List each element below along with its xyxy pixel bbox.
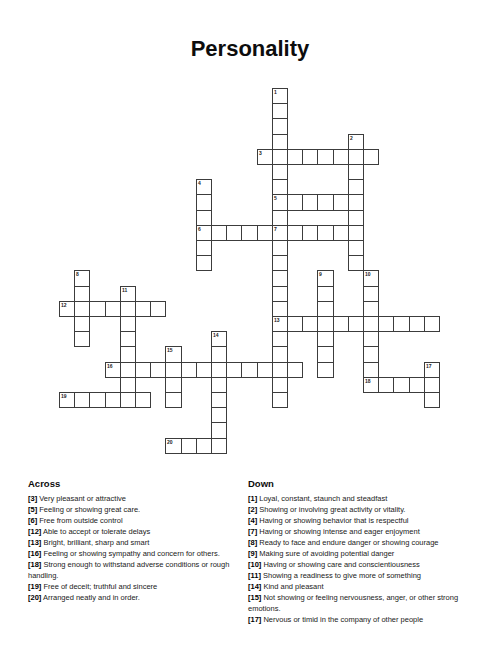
grid-cell-r14c0[interactable]: 12 (59, 301, 75, 317)
clue-number: [9] (248, 549, 257, 558)
grid-cell-r18c24[interactable]: 17 (424, 362, 440, 378)
grid-cell-r4c16[interactable] (302, 149, 318, 165)
grid-cell-r4c18[interactable] (333, 149, 349, 165)
down-clue-9: [9] Making sure of avoiding potential da… (248, 548, 461, 559)
cell-number-10: 10 (365, 271, 371, 277)
grid-cell-r18c10[interactable] (211, 362, 227, 378)
clue-number: [4] (248, 516, 257, 525)
grid-cell-r6c19[interactable] (348, 179, 364, 195)
down-clue-4: [4] Having or showing behavior that is r… (248, 515, 461, 526)
grid-cell-r17c17[interactable] (317, 346, 334, 363)
grid-cell-r18c6[interactable] (150, 362, 166, 378)
grid-cell-r14c14[interactable] (272, 301, 288, 317)
grid-cell-r13c4[interactable]: 11 (120, 286, 136, 302)
grid-cell-r7c9[interactable] (196, 194, 212, 211)
grid-cell-r3c19[interactable]: 2 (348, 134, 364, 150)
grid-cell-r15c23[interactable] (409, 316, 425, 332)
grid-cell-r14c2[interactable] (89, 301, 106, 317)
across-clue-6: [6] Free from outside control (28, 515, 235, 526)
across-clue-3: [3] Very pleasant or attractive (28, 493, 235, 504)
clue-number: [19] (28, 582, 41, 591)
grid-cell-r4c19[interactable] (348, 149, 364, 165)
grid-cell-r14c6[interactable] (150, 301, 166, 317)
grid-cell-r23c8[interactable] (181, 438, 197, 454)
clue-number: [1] (248, 494, 257, 503)
grid-cell-r5c19[interactable] (348, 164, 364, 180)
grid-cell-r9c12[interactable] (241, 225, 258, 241)
grid-cell-r9c16[interactable] (302, 225, 318, 241)
clue-number: [8] (248, 538, 257, 547)
cell-number-11: 11 (122, 287, 127, 293)
grid-cell-r9c11[interactable] (226, 225, 242, 241)
cell-number-20: 20 (167, 439, 173, 445)
clue-number: [2] (248, 505, 257, 514)
grid-cell-r23c10[interactable] (211, 438, 227, 454)
grid-cell-r9c14[interactable]: 7 (272, 225, 288, 241)
grid-cell-r11c19[interactable] (348, 255, 364, 271)
across-clue-19: [19] Free of deceit; truthful and sincer… (28, 581, 235, 592)
cell-number-14: 14 (213, 332, 219, 338)
grid-cell-r9c18[interactable] (333, 225, 349, 241)
grid-cell-r7c15[interactable] (287, 194, 303, 211)
grid-cell-r17c10[interactable] (211, 346, 227, 363)
grid-cell-r3c14[interactable] (272, 134, 288, 150)
across-clues-list: [3] Very pleasant or attractive[5] Feeli… (28, 493, 235, 603)
grid-cell-r20c1[interactable] (74, 392, 90, 408)
down-clues-list: [1] Loyal, constant, staunch and steadfa… (248, 493, 461, 625)
grid-cell-r18c11[interactable] (226, 362, 242, 378)
grid-cell-r10c9[interactable] (196, 240, 212, 256)
cell-number-3: 3 (259, 150, 262, 156)
grid-cell-r4c14[interactable] (272, 149, 288, 165)
grid-cell-r15c21[interactable] (378, 316, 394, 332)
grid-cell-r19c4[interactable] (120, 377, 136, 393)
grid-cell-r5c14[interactable] (272, 164, 288, 180)
cell-number-15: 15 (167, 347, 173, 353)
grid-cell-r13c20[interactable] (363, 286, 379, 302)
down-clue-7: [7] Having or showing intense and eager … (248, 526, 461, 537)
cell-number-19: 19 (61, 393, 67, 399)
grid-cell-r16c20[interactable] (363, 331, 379, 347)
grid-cell-r7c17[interactable] (317, 194, 334, 211)
grid-cell-r6c9[interactable]: 4 (196, 179, 212, 195)
clue-number: [16] (28, 549, 41, 558)
grid-cell-r19c7[interactable] (165, 377, 182, 393)
grid-cell-r19c22[interactable] (393, 377, 410, 393)
across-clue-13: [13] Bright, brilliant, sharp and smart (28, 537, 235, 548)
cell-number-8: 8 (76, 271, 79, 277)
grid-cell-r8c19[interactable] (348, 210, 364, 226)
grid-cell-r8c14[interactable] (272, 210, 288, 226)
clue-number: [3] (28, 494, 37, 503)
grid-cell-r19c10[interactable] (211, 377, 227, 393)
cell-number-17: 17 (426, 363, 432, 369)
page-title: Personality (0, 36, 500, 62)
grid-cell-r14c5[interactable] (135, 301, 151, 317)
grid-cell-r18c14[interactable] (272, 362, 288, 378)
grid-cell-r17c20[interactable] (363, 346, 379, 363)
down-clue-2: [2] Showing or involving great activity … (248, 504, 461, 515)
across-clue-16: [16] Feeling or showing sympathy and con… (28, 548, 235, 559)
grid-cell-r2c14[interactable] (272, 118, 288, 135)
grid-cell-r9c17[interactable] (317, 225, 334, 241)
grid-cell-r20c0[interactable]: 19 (59, 392, 75, 408)
grid-cell-r18c7[interactable] (165, 362, 182, 378)
grid-cell-r19c21[interactable] (378, 377, 394, 393)
grid-cell-r0c14[interactable]: 1 (272, 88, 288, 104)
clue-number: [12] (28, 527, 41, 536)
grid-cell-r15c17[interactable] (317, 316, 334, 332)
cell-number-1: 1 (274, 89, 277, 95)
across-clue-5: [5] Feeling or showing great care. (28, 504, 235, 515)
grid-cell-r18c8[interactable] (181, 362, 197, 378)
grid-cell-r17c14[interactable] (272, 346, 288, 363)
grid-cell-r7c14[interactable]: 5 (272, 194, 288, 211)
grid-cell-r20c3[interactable] (105, 392, 121, 408)
grid-cell-r15c22[interactable] (393, 316, 410, 332)
grid-cell-r7c19[interactable] (348, 194, 364, 211)
grid-cell-r15c4[interactable] (120, 316, 136, 332)
grid-cell-r4c17[interactable] (317, 149, 334, 165)
grid-cell-r14c3[interactable] (105, 301, 121, 317)
grid-cell-r15c1[interactable] (74, 316, 90, 332)
grid-cell-r11c14[interactable] (272, 255, 288, 271)
grid-cell-r12c17[interactable]: 9 (317, 270, 334, 287)
clue-number: [10] (248, 560, 261, 569)
grid-cell-r16c1[interactable] (74, 331, 90, 347)
cell-number-18: 18 (365, 378, 371, 384)
grid-cell-r9c13[interactable] (257, 225, 273, 241)
grid-cell-r10c14[interactable] (272, 240, 288, 256)
clue-number: [5] (28, 505, 37, 514)
grid-cell-r16c10[interactable]: 14 (211, 331, 227, 347)
grid-cell-r20c5[interactable] (135, 392, 151, 408)
grid-cell-r18c12[interactable] (241, 362, 258, 378)
grid-cell-r15c24[interactable] (424, 316, 440, 332)
down-clues-section: Down [1] Loyal, constant, staunch and st… (248, 478, 461, 625)
clue-number: [18] (28, 560, 41, 569)
grid-cell-r12c1[interactable]: 8 (74, 270, 90, 287)
grid-cell-r15c15[interactable] (287, 316, 303, 332)
grid-cell-r17c7[interactable]: 15 (165, 346, 182, 363)
grid-cell-r20c2[interactable] (89, 392, 106, 408)
down-clue-17: [17] Nervous or timid in the company of … (248, 614, 461, 625)
cell-number-9: 9 (319, 271, 322, 277)
clue-number: [15] (248, 593, 261, 602)
down-clue-1: [1] Loyal, constant, staunch and steadfa… (248, 493, 461, 504)
grid-cell-r4c20[interactable] (363, 149, 379, 165)
cell-number-13: 13 (274, 317, 280, 323)
grid-cell-r20c14[interactable] (272, 392, 288, 408)
down-clue-11: [11] Showing a readiness to give more of… (248, 570, 461, 581)
grid-cell-r12c14[interactable] (272, 270, 288, 287)
across-clues-section: Across [3] Very pleasant or attractive[5… (28, 478, 235, 603)
clue-number: [13] (28, 538, 41, 547)
grid-cell-r19c20[interactable]: 18 (363, 377, 379, 393)
grid-cell-r23c9[interactable] (196, 438, 212, 454)
grid-cell-r18c20[interactable] (363, 362, 379, 378)
across-header: Across (28, 478, 235, 489)
grid-cell-r13c14[interactable] (272, 286, 288, 302)
crossword-grid: 1234567891011121314151617181920 (59, 88, 440, 454)
clue-number: [17] (248, 615, 261, 624)
clue-number: [11] (248, 571, 261, 580)
grid-cell-r7c18[interactable] (333, 194, 349, 211)
cell-number-4: 4 (198, 180, 201, 186)
grid-cell-r14c4[interactable] (120, 301, 136, 317)
grid-cell-r4c15[interactable] (287, 149, 303, 165)
grid-cell-r15c18[interactable] (333, 316, 349, 332)
grid-cell-r18c4[interactable] (120, 362, 136, 378)
grid-cell-r14c20[interactable] (363, 301, 379, 317)
cell-number-5: 5 (274, 195, 277, 201)
grid-cell-r9c15[interactable] (287, 225, 303, 241)
grid-cell-r15c16[interactable] (302, 316, 318, 332)
down-header: Down (248, 478, 461, 489)
grid-cell-r16c4[interactable] (120, 331, 136, 347)
grid-cell-r12c20[interactable]: 10 (363, 270, 379, 287)
grid-cell-r20c4[interactable] (120, 392, 136, 408)
grid-cell-r14c1[interactable] (74, 301, 90, 317)
grid-cell-r19c14[interactable] (272, 377, 288, 393)
cell-number-7: 7 (274, 226, 277, 232)
grid-cell-r16c17[interactable] (317, 331, 334, 347)
cell-number-2: 2 (350, 135, 353, 141)
clue-number: [14] (248, 582, 261, 591)
grid-cell-r13c17[interactable] (317, 286, 334, 302)
cell-number-16: 16 (107, 363, 113, 369)
grid-cell-r13c1[interactable] (74, 286, 90, 302)
grid-cell-r7c16[interactable] (302, 194, 318, 211)
clue-number: [20] (28, 593, 41, 602)
grid-cell-r14c17[interactable] (317, 301, 334, 317)
grid-cell-r15c20[interactable] (363, 316, 379, 332)
grid-cell-r21c10[interactable] (211, 407, 227, 423)
grid-cell-r1c14[interactable] (272, 103, 288, 119)
down-clue-14: [14] Kind and pleasant (248, 581, 461, 592)
grid-cell-r9c9[interactable]: 6 (196, 225, 212, 241)
cell-number-12: 12 (61, 302, 67, 308)
grid-cell-r8c9[interactable] (196, 210, 212, 226)
grid-cell-r20c24[interactable] (424, 392, 440, 408)
grid-cell-r9c19[interactable] (348, 225, 364, 241)
grid-cell-r20c7[interactable] (165, 392, 182, 408)
grid-cell-r18c13[interactable] (257, 362, 273, 378)
across-clue-20: [20] Arranged neatly and in order. (28, 592, 235, 603)
across-clue-18: [18] Strong enough to withstand adverse … (28, 559, 235, 581)
grid-cell-r18c15[interactable] (287, 362, 303, 378)
grid-cell-r15c14[interactable]: 13 (272, 316, 288, 332)
grid-cell-r16c14[interactable] (272, 331, 288, 347)
across-clue-12: [12] Able to accept or tolerate delays (28, 526, 235, 537)
grid-cell-r18c9[interactable] (196, 362, 212, 378)
cell-number-6: 6 (198, 226, 201, 232)
grid-cell-r18c17[interactable] (317, 362, 334, 378)
down-clue-10: [10] Having or showing care and conscien… (248, 559, 461, 570)
down-clue-15: [15] Not showing or feeling nervousness,… (248, 592, 461, 614)
grid-cell-r22c10[interactable] (211, 422, 227, 439)
grid-cell-r17c4[interactable] (120, 346, 136, 363)
down-clue-8: [8] Ready to face and endure danger or s… (248, 537, 461, 548)
grid-cell-r6c14[interactable] (272, 179, 288, 195)
clue-number: [7] (248, 527, 257, 536)
grid-cell-r10c19[interactable] (348, 240, 364, 256)
clue-number: [6] (28, 516, 37, 525)
grid-cell-r19c24[interactable] (424, 377, 440, 393)
grid-cell-r20c10[interactable] (211, 392, 227, 408)
grid-cell-r4c13[interactable]: 3 (257, 149, 273, 165)
grid-cell-r9c10[interactable] (211, 225, 227, 241)
grid-cell-r18c5[interactable] (135, 362, 151, 378)
grid-cell-r19c23[interactable] (409, 377, 425, 393)
grid-cell-r15c19[interactable] (348, 316, 364, 332)
grid-cell-r11c9[interactable] (196, 255, 212, 271)
grid-cell-r18c3[interactable]: 16 (105, 362, 121, 378)
grid-cell-r23c7[interactable]: 20 (165, 438, 182, 454)
